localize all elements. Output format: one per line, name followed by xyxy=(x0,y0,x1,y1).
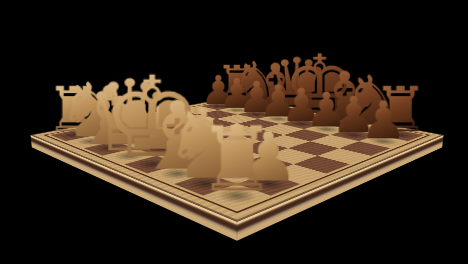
white-rook-icon: ♜ xyxy=(197,115,277,204)
render-scene: ♜♞♝♛♚♝♞♜♟♟♟♟♟♟♟♟♟♟♟♟♟♟♟♟♜♞♝♛♚♝♞♜ xyxy=(0,0,468,264)
chess-board[interactable]: ♜♞♝♛♚♝♞♜♟♟♟♟♟♟♟♟♟♟♟♟♟♟♟♟♜♞♝♛♚♝♞♜ xyxy=(50,99,423,209)
board-frame: ♜♞♝♛♚♝♞♜♟♟♟♟♟♟♟♟♟♟♟♟♟♟♟♟♜♞♝♛♚♝♞♜ xyxy=(31,96,444,221)
square-h1[interactable]: ♜ xyxy=(204,184,271,209)
black-pawn-icon: ♟ xyxy=(360,94,407,146)
